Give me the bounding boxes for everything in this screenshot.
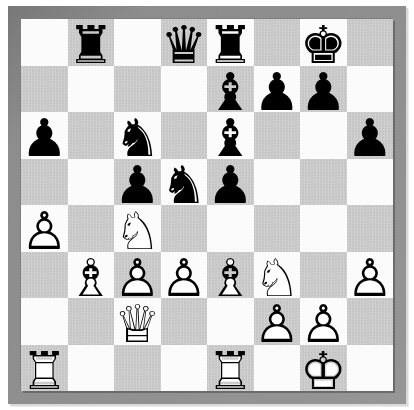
black-pawn-icon: ♟ <box>254 66 301 118</box>
square-f5[interactable] <box>254 159 301 206</box>
square-e6[interactable]: ♝ <box>207 112 254 159</box>
square-a2[interactable] <box>21 298 68 345</box>
square-a4[interactable]: ♟♙ <box>21 205 68 252</box>
square-c5[interactable]: ♟ <box>114 159 161 206</box>
square-a1[interactable]: ♜♖ <box>21 345 68 392</box>
white-pawn-icon: ♟♙ <box>254 298 301 350</box>
square-b4[interactable] <box>68 205 115 252</box>
chess-diagram: ♜♛♜♚♝♟♟♟♞♝♟♟♞♟♟♙♞♘♝♗♟♙♟♙♝♗♞♘♟♙♛♕♟♙♟♙♜♖♜♖… <box>0 0 414 410</box>
square-d3[interactable]: ♟♙ <box>161 252 208 299</box>
square-d4[interactable] <box>161 205 208 252</box>
square-g8[interactable]: ♚ <box>300 19 347 66</box>
white-pawn-icon: ♟♙ <box>300 298 347 350</box>
square-f2[interactable]: ♟♙ <box>254 298 301 345</box>
square-c8[interactable] <box>114 19 161 66</box>
square-h8[interactable] <box>347 19 394 66</box>
square-f7[interactable]: ♟ <box>254 66 301 113</box>
square-b3[interactable]: ♝♗ <box>68 252 115 299</box>
black-knight-icon: ♞ <box>161 159 208 211</box>
black-bishop-icon: ♝ <box>207 66 254 118</box>
square-d2[interactable] <box>161 298 208 345</box>
square-a6[interactable]: ♟ <box>21 112 68 159</box>
square-d5[interactable]: ♞ <box>161 159 208 206</box>
square-c2[interactable]: ♛♕ <box>114 298 161 345</box>
chess-board: ♜♛♜♚♝♟♟♟♞♝♟♟♞♟♟♙♞♘♝♗♟♙♟♙♝♗♞♘♟♙♛♕♟♙♟♙♜♖♜♖… <box>21 19 393 391</box>
board-frame: ♜♛♜♚♝♟♟♟♞♝♟♟♞♟♟♙♞♘♝♗♟♙♟♙♝♗♞♘♟♙♛♕♟♙♟♙♜♖♜♖… <box>8 6 406 404</box>
white-knight-icon: ♞♘ <box>114 205 161 257</box>
square-b8[interactable]: ♜ <box>68 19 115 66</box>
square-b7[interactable] <box>68 66 115 113</box>
black-rook-icon: ♜ <box>68 19 115 71</box>
square-b1[interactable] <box>68 345 115 392</box>
square-b5[interactable] <box>68 159 115 206</box>
square-d1[interactable] <box>161 345 208 392</box>
square-c6[interactable]: ♞ <box>114 112 161 159</box>
square-e2[interactable] <box>207 298 254 345</box>
square-c3[interactable]: ♟♙ <box>114 252 161 299</box>
square-b2[interactable] <box>68 298 115 345</box>
square-f3[interactable]: ♞♘ <box>254 252 301 299</box>
square-e8[interactable]: ♜ <box>207 19 254 66</box>
black-pawn-icon: ♟ <box>347 112 394 164</box>
white-pawn-icon: ♟♙ <box>21 205 68 257</box>
white-king-icon: ♚♔ <box>300 345 347 397</box>
square-g2[interactable]: ♟♙ <box>300 298 347 345</box>
square-a8[interactable] <box>21 19 68 66</box>
square-e7[interactable]: ♝ <box>207 66 254 113</box>
square-f6[interactable] <box>254 112 301 159</box>
square-c7[interactable] <box>114 66 161 113</box>
square-e3[interactable]: ♝♗ <box>207 252 254 299</box>
square-g7[interactable]: ♟ <box>300 66 347 113</box>
square-g6[interactable] <box>300 112 347 159</box>
square-e4[interactable] <box>207 205 254 252</box>
square-h6[interactable]: ♟ <box>347 112 394 159</box>
square-g3[interactable] <box>300 252 347 299</box>
square-d7[interactable] <box>161 66 208 113</box>
square-g4[interactable] <box>300 205 347 252</box>
square-a3[interactable] <box>21 252 68 299</box>
white-queen-icon: ♛♕ <box>114 298 161 350</box>
black-pawn-icon: ♟ <box>300 66 347 118</box>
square-h3[interactable]: ♟♙ <box>347 252 394 299</box>
black-knight-icon: ♞ <box>114 112 161 164</box>
square-c1[interactable] <box>114 345 161 392</box>
square-b6[interactable] <box>68 112 115 159</box>
black-rook-icon: ♜ <box>207 19 254 71</box>
white-rook-icon: ♜♖ <box>207 345 254 397</box>
white-pawn-icon: ♟♙ <box>161 252 208 304</box>
square-h4[interactable] <box>347 205 394 252</box>
square-g5[interactable] <box>300 159 347 206</box>
square-e5[interactable]: ♟ <box>207 159 254 206</box>
black-pawn-icon: ♟ <box>21 112 68 164</box>
square-d8[interactable]: ♛ <box>161 19 208 66</box>
black-pawn-icon: ♟ <box>114 159 161 211</box>
square-f1[interactable] <box>254 345 301 392</box>
square-d6[interactable] <box>161 112 208 159</box>
white-pawn-icon: ♟♙ <box>347 252 394 304</box>
square-a5[interactable] <box>21 159 68 206</box>
black-queen-icon: ♛ <box>161 19 208 71</box>
square-c4[interactable]: ♞♘ <box>114 205 161 252</box>
square-h2[interactable] <box>347 298 394 345</box>
black-king-icon: ♚ <box>300 19 347 71</box>
black-pawn-icon: ♟ <box>207 159 254 211</box>
white-rook-icon: ♜♖ <box>21 345 68 397</box>
square-h7[interactable] <box>347 66 394 113</box>
white-knight-icon: ♞♘ <box>254 252 301 304</box>
square-h1[interactable] <box>347 345 394 392</box>
square-e1[interactable]: ♜♖ <box>207 345 254 392</box>
black-bishop-icon: ♝ <box>207 112 254 164</box>
white-bishop-icon: ♝♗ <box>207 252 254 304</box>
white-bishop-icon: ♝♗ <box>68 252 115 304</box>
square-h5[interactable] <box>347 159 394 206</box>
square-f4[interactable] <box>254 205 301 252</box>
square-f8[interactable] <box>254 19 301 66</box>
white-pawn-icon: ♟♙ <box>114 252 161 304</box>
square-g1[interactable]: ♚♔ <box>300 345 347 392</box>
square-a7[interactable] <box>21 66 68 113</box>
